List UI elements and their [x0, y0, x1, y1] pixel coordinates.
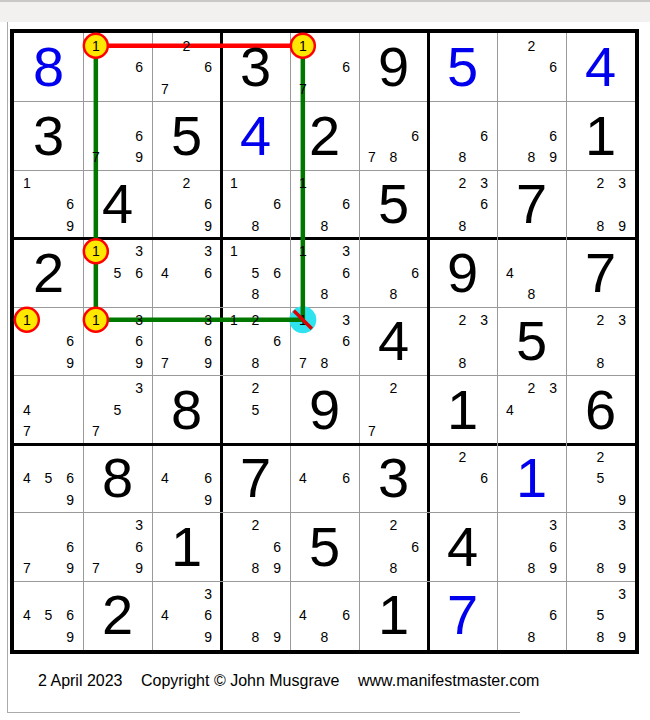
cell-r7c4[interactable]: 7 — [221, 444, 290, 513]
pencil-mark: 3 — [197, 309, 219, 331]
given-digit: 5 — [497, 307, 566, 376]
pencil-mark — [38, 331, 60, 353]
pencil-mark — [154, 331, 176, 353]
pencil-marks: 346 — [154, 241, 219, 306]
pencil-mark — [154, 626, 176, 648]
pencil-mark: 9 — [59, 489, 81, 511]
cell-r5c7[interactable]: 238 — [428, 307, 497, 376]
cell-r4c2[interactable]: 356 — [83, 239, 152, 308]
cell-r8c8[interactable]: 3689 — [497, 513, 566, 582]
pencil-mark — [611, 446, 633, 468]
cell-r5c6[interactable]: 4 — [359, 307, 428, 376]
cell-r8c7[interactable]: 4 — [428, 513, 497, 582]
cell-r9c9[interactable]: 3589 — [566, 581, 635, 650]
pencil-mark — [499, 35, 521, 57]
pencil-marks: 389 — [568, 515, 633, 580]
given-digit: 1 — [152, 513, 221, 582]
cell-r3c1[interactable]: 169 — [14, 170, 83, 239]
pencil-mark — [568, 536, 590, 558]
pencil-mark: 8 — [452, 215, 474, 237]
pencil-mark — [85, 35, 107, 57]
cell-r1c5[interactable]: 67 — [290, 33, 359, 102]
pencil-mark — [85, 125, 107, 147]
pencil-mark — [176, 284, 198, 306]
cell-r7c7[interactable]: 26 — [428, 444, 497, 513]
cell-r4c3[interactable]: 346 — [152, 239, 221, 308]
pencil-mark — [430, 468, 452, 490]
cell-r6c6[interactable]: 27 — [359, 376, 428, 445]
cell-r8c3[interactable]: 1 — [152, 513, 221, 582]
cell-r6c7[interactable]: 1 — [428, 376, 497, 445]
given-digit: 1 — [428, 376, 497, 445]
pencil-mark — [404, 378, 426, 400]
cell-r6c1[interactable]: 47 — [14, 376, 83, 445]
pencil-mark — [499, 421, 521, 443]
cell-r7c8[interactable]: 1 — [497, 444, 566, 513]
cell-r2c7[interactable]: 68 — [428, 102, 497, 171]
pencil-mark — [404, 421, 426, 443]
pencil-mark — [16, 378, 38, 400]
pencil-mark: 2 — [176, 172, 198, 194]
cell-r8c6[interactable]: 268 — [359, 513, 428, 582]
pencil-mark — [542, 583, 564, 605]
cell-r7c3[interactable]: 469 — [152, 444, 221, 513]
pencil-mark — [223, 399, 245, 421]
cell-r9c8[interactable]: 68 — [497, 581, 566, 650]
pencil-mark: 7 — [154, 352, 176, 374]
cell-r3c6[interactable]: 5 — [359, 170, 428, 239]
caption: 2 April 2023 Copyright © John Musgrave w… — [38, 672, 539, 690]
pencil-marks: 679 — [85, 104, 150, 169]
pencil-mark: 8 — [314, 284, 336, 306]
pencil-mark — [521, 57, 543, 79]
pencil-mark — [223, 194, 245, 216]
pencil-mark — [361, 284, 383, 306]
cell-r5c8[interactable]: 5 — [497, 307, 566, 376]
cell-r6c8[interactable]: 234 — [497, 376, 566, 445]
pencil-mark: 2 — [452, 172, 474, 194]
pencil-mark — [38, 215, 60, 237]
cell-r7c6[interactable]: 3 — [359, 444, 428, 513]
pencil-mark — [430, 194, 452, 216]
cell-r6c4[interactable]: 25 — [221, 376, 290, 445]
pencil-mark — [590, 515, 612, 537]
cell-r9c1[interactable]: 4569 — [14, 581, 83, 650]
pencil-mark — [568, 331, 590, 353]
cell-layer: 8626736795264367954267868689116942691681… — [14, 33, 635, 650]
cell-r1c3[interactable]: 267 — [152, 33, 221, 102]
pencil-mark — [16, 215, 38, 237]
cell-r3c8[interactable]: 7 — [497, 170, 566, 239]
pencil-mark: 8 — [521, 626, 543, 648]
pencil-mark: 7 — [292, 78, 314, 100]
pencil-mark — [38, 489, 60, 511]
cell-r2c9[interactable]: 1 — [566, 102, 635, 171]
pencil-mark — [85, 352, 107, 374]
cell-r9c6[interactable]: 1 — [359, 581, 428, 650]
pencil-mark: 2 — [245, 515, 267, 537]
pencil-mark — [245, 536, 267, 558]
cell-r3c2[interactable]: 4 — [83, 170, 152, 239]
given-digit: 5 — [152, 102, 221, 171]
pencil-marks: 68 — [361, 241, 426, 306]
cell-r5c1[interactable]: 69 — [14, 307, 83, 376]
cell-r1c6[interactable]: 9 — [359, 33, 428, 102]
pencil-mark — [499, 147, 521, 169]
cell-r7c1[interactable]: 4569 — [14, 444, 83, 513]
pencil-mark: 8 — [383, 558, 405, 580]
pencil-mark — [197, 78, 219, 100]
pencil-mark: 6 — [335, 331, 357, 353]
cell-r4c4[interactable]: 1568 — [221, 239, 290, 308]
pencil-mark — [85, 104, 107, 126]
pencil-mark: 5 — [590, 468, 612, 490]
pencil-marks: 26 — [430, 446, 495, 511]
cell-r9c3[interactable]: 3469 — [152, 581, 221, 650]
cell-r4c1[interactable]: 2 — [14, 239, 83, 308]
pencil-mark — [292, 489, 314, 511]
cell-r5c2[interactable]: 369 — [83, 307, 152, 376]
pencil-mark: 8 — [245, 558, 267, 580]
cell-r3c5[interactable]: 168 — [290, 170, 359, 239]
pencil-mark — [266, 399, 288, 421]
pencil-mark — [611, 605, 633, 627]
pencil-mark — [154, 583, 176, 605]
pencil-mark: 7 — [16, 558, 38, 580]
pencil-mark — [568, 558, 590, 580]
pencil-mark: 1 — [223, 241, 245, 263]
cell-r2c1[interactable]: 3 — [14, 102, 83, 171]
pencil-marks: 369 — [85, 309, 150, 374]
pencil-mark: 3 — [473, 172, 495, 194]
pencil-mark — [314, 489, 336, 511]
given-digit: 9 — [290, 376, 359, 445]
pencil-mark — [85, 262, 107, 284]
pencil-mark — [590, 536, 612, 558]
cell-r8c4[interactable]: 2689 — [221, 513, 290, 582]
pencil-mark — [590, 331, 612, 353]
cell-r1c1[interactable]: 8 — [14, 33, 83, 102]
pencil-mark — [16, 331, 38, 353]
pencil-mark — [335, 172, 357, 194]
solved-digit: 5 — [428, 33, 497, 102]
cell-r3c4[interactable]: 168 — [221, 170, 290, 239]
cell-r4c8[interactable]: 48 — [497, 239, 566, 308]
pencil-mark — [521, 515, 543, 537]
pencil-mark — [154, 284, 176, 306]
pencil-mark — [473, 331, 495, 353]
pencil-mark — [292, 262, 314, 284]
pencil-mark — [223, 352, 245, 374]
pencil-mark: 6 — [59, 194, 81, 216]
pencil-marks: 3679 — [154, 309, 219, 374]
pencil-mark — [383, 104, 405, 126]
cell-r8c1[interactable]: 679 — [14, 513, 83, 582]
pencil-mark: 1 — [292, 241, 314, 263]
pencil-mark — [542, 35, 564, 57]
pencil-mark: 5 — [245, 262, 267, 284]
pencil-mark — [335, 284, 357, 306]
pencil-mark — [611, 194, 633, 216]
pencil-mark — [176, 309, 198, 331]
pencil-mark — [335, 215, 357, 237]
pencil-mark: 9 — [542, 147, 564, 169]
pencil-mark — [59, 515, 81, 537]
pencil-mark — [404, 104, 426, 126]
pencil-mark: 7 — [85, 421, 107, 443]
pencil-mark — [176, 446, 198, 468]
pencil-mark: 3 — [128, 378, 150, 400]
cell-r3c3[interactable]: 269 — [152, 170, 221, 239]
cell-r9c7[interactable]: 7 — [428, 581, 497, 650]
pencil-marks: 46 — [292, 446, 357, 511]
pencil-mark — [404, 399, 426, 421]
pencil-marks: 269 — [154, 172, 219, 237]
pencil-mark: 1 — [292, 172, 314, 194]
pencil-mark: 8 — [314, 626, 336, 648]
pencil-mark — [383, 536, 405, 558]
cell-r7c2[interactable]: 8 — [83, 444, 152, 513]
cell-r5c3[interactable]: 3679 — [152, 307, 221, 376]
pencil-mark: 6 — [128, 262, 150, 284]
pencil-mark — [314, 262, 336, 284]
cell-r2c4[interactable]: 4 — [221, 102, 290, 171]
pencil-mark: 6 — [404, 536, 426, 558]
pencil-mark — [521, 78, 543, 100]
pencil-mark — [611, 536, 633, 558]
pencil-mark: 6 — [335, 605, 357, 627]
pencil-marks: 469 — [154, 446, 219, 511]
cell-r5c5[interactable]: 13678 — [290, 307, 359, 376]
pencil-mark — [107, 35, 129, 57]
pencil-mark — [335, 583, 357, 605]
pencil-mark — [107, 558, 129, 580]
pencil-mark: 6 — [542, 125, 564, 147]
pencil-mark: 9 — [611, 215, 633, 237]
cell-r7c9[interactable]: 259 — [566, 444, 635, 513]
cell-r2c8[interactable]: 689 — [497, 102, 566, 171]
cell-r3c9[interactable]: 2389 — [566, 170, 635, 239]
pencil-mark — [154, 309, 176, 331]
pencil-marks: 4569 — [16, 446, 81, 511]
cell-r5c9[interactable]: 238 — [566, 307, 635, 376]
pencil-mark — [335, 35, 357, 57]
pencil-mark — [59, 172, 81, 194]
pencil-mark — [314, 468, 336, 490]
pencil-mark — [176, 583, 198, 605]
pencil-mark: 8 — [521, 147, 543, 169]
pencil-mark — [542, 262, 564, 284]
pencil-mark — [521, 536, 543, 558]
cell-r9c5[interactable]: 468 — [290, 581, 359, 650]
pencil-mark — [292, 194, 314, 216]
solved-digit: 4 — [221, 102, 290, 171]
pencil-mark — [499, 378, 521, 400]
pencil-mark: 9 — [542, 558, 564, 580]
pencil-mark — [154, 57, 176, 79]
pencil-mark — [266, 172, 288, 194]
pencil-mark — [292, 583, 314, 605]
pencil-mark — [59, 446, 81, 468]
pencil-mark — [568, 194, 590, 216]
pencil-mark: 4 — [154, 262, 176, 284]
pencil-mark — [314, 583, 336, 605]
pencil-mark — [430, 489, 452, 511]
pencil-mark — [176, 78, 198, 100]
pencil-mark: 6 — [128, 331, 150, 353]
cell-r6c9[interactable]: 6 — [566, 376, 635, 445]
pencil-mark — [590, 583, 612, 605]
pencil-mark — [430, 352, 452, 374]
cell-r3c7[interactable]: 2368 — [428, 170, 497, 239]
cell-r7c5[interactable]: 46 — [290, 444, 359, 513]
pencil-mark — [568, 468, 590, 490]
cell-r5c4[interactable]: 1268 — [221, 307, 290, 376]
pencil-mark — [85, 78, 107, 100]
pencil-mark: 8 — [245, 352, 267, 374]
pencil-mark — [430, 215, 452, 237]
given-digit: 2 — [83, 581, 152, 650]
pencil-mark — [542, 421, 564, 443]
pencil-mark — [404, 515, 426, 537]
cell-r1c4[interactable]: 3 — [221, 33, 290, 102]
pencil-mark — [266, 215, 288, 237]
pencil-mark — [590, 194, 612, 216]
given-digit: 7 — [566, 239, 635, 308]
pencil-marks: 4569 — [16, 583, 81, 648]
cell-r8c2[interactable]: 3679 — [83, 513, 152, 582]
pencil-mark — [176, 262, 198, 284]
pencil-mark — [611, 352, 633, 374]
pencil-mark — [245, 172, 267, 194]
pencil-mark: 3 — [335, 241, 357, 263]
pencil-mark — [473, 104, 495, 126]
sudoku-board: 8626736795264367954267868689116942691681… — [10, 29, 639, 654]
pencil-mark: 6 — [542, 605, 564, 627]
cell-r6c5[interactable]: 9 — [290, 376, 359, 445]
pencil-mark: 9 — [128, 352, 150, 374]
pencil-mark: 6 — [59, 331, 81, 353]
cell-r6c3[interactable]: 8 — [152, 376, 221, 445]
pencil-mark — [223, 331, 245, 353]
pencil-mark — [335, 626, 357, 648]
pencil-marks: 1268 — [223, 309, 288, 374]
pencil-mark — [154, 241, 176, 263]
cell-r4c6[interactable]: 68 — [359, 239, 428, 308]
cell-r4c7[interactable]: 9 — [428, 239, 497, 308]
pencil-mark — [314, 605, 336, 627]
pencil-mark — [154, 446, 176, 468]
pencil-mark: 8 — [521, 284, 543, 306]
pencil-mark — [335, 446, 357, 468]
pencil-mark: 9 — [128, 147, 150, 169]
cell-r1c2[interactable]: 6 — [83, 33, 152, 102]
pencil-marks: 238 — [568, 309, 633, 374]
pencil-mark — [499, 241, 521, 263]
pencil-mark — [568, 626, 590, 648]
cell-r9c2[interactable]: 2 — [83, 581, 152, 650]
pencil-mark — [521, 605, 543, 627]
pencil-mark: 2 — [521, 35, 543, 57]
pencil-mark — [223, 378, 245, 400]
pencil-mark: 3 — [128, 515, 150, 537]
pencil-mark — [292, 446, 314, 468]
pencil-mark — [335, 489, 357, 511]
pencil-mark: 8 — [452, 147, 474, 169]
pencil-mark: 4 — [16, 468, 38, 490]
pencil-mark — [521, 421, 543, 443]
given-digit: 5 — [290, 513, 359, 582]
cell-r4c5[interactable]: 1368 — [290, 239, 359, 308]
pencil-mark — [85, 241, 107, 263]
pencil-mark — [521, 583, 543, 605]
cell-r6c2[interactable]: 357 — [83, 376, 152, 445]
pencil-mark — [85, 57, 107, 79]
caption-url: www.manifestmaster.com — [358, 672, 539, 689]
pencil-marks: 238 — [430, 309, 495, 374]
top-banner — [0, 0, 650, 22]
pencil-mark: 6 — [197, 605, 219, 627]
cell-r2c5[interactable]: 2 — [290, 102, 359, 171]
cell-r1c9[interactable]: 4 — [566, 33, 635, 102]
pencil-mark: 6 — [266, 194, 288, 216]
pencil-mark: 3 — [197, 241, 219, 263]
pencil-mark: 9 — [611, 626, 633, 648]
pencil-mark: 5 — [590, 605, 612, 627]
cell-r1c7[interactable]: 5 — [428, 33, 497, 102]
cell-r2c3[interactable]: 5 — [152, 102, 221, 171]
pencil-mark — [473, 352, 495, 374]
given-digit: 9 — [428, 239, 497, 308]
pencil-mark: 2 — [521, 378, 543, 400]
pencil-mark: 7 — [361, 421, 383, 443]
cell-r9c4[interactable]: 89 — [221, 581, 290, 650]
pencil-mark — [38, 446, 60, 468]
pencil-mark — [38, 421, 60, 443]
pencil-mark — [611, 331, 633, 353]
pencil-mark: 3 — [128, 241, 150, 263]
pencil-mark: 6 — [335, 468, 357, 490]
pencil-mark: 6 — [335, 194, 357, 216]
cell-r2c2[interactable]: 679 — [83, 102, 152, 171]
cell-r4c9[interactable]: 7 — [566, 239, 635, 308]
pencil-mark: 9 — [197, 215, 219, 237]
solved-digit: 4 — [566, 33, 635, 102]
pencil-marks: 48 — [499, 241, 564, 306]
cell-r8c9[interactable]: 389 — [566, 513, 635, 582]
pencil-mark — [383, 421, 405, 443]
pencil-mark — [128, 35, 150, 57]
pencil-mark: 6 — [128, 57, 150, 79]
pencil-mark — [38, 352, 60, 374]
solved-digit: 1 — [497, 444, 566, 513]
pencil-mark — [361, 515, 383, 537]
pencil-mark — [542, 284, 564, 306]
pencil-mark — [107, 284, 129, 306]
pencil-mark — [542, 104, 564, 126]
pencil-mark — [292, 57, 314, 79]
pencil-mark — [452, 125, 474, 147]
pencil-mark: 3 — [611, 515, 633, 537]
given-digit: 3 — [221, 33, 290, 102]
pencil-mark — [128, 399, 150, 421]
pencil-mark: 8 — [314, 215, 336, 237]
given-digit: 7 — [221, 444, 290, 513]
cell-r8c5[interactable]: 5 — [290, 513, 359, 582]
pencil-mark — [314, 241, 336, 263]
cell-r1c8[interactable]: 26 — [497, 33, 566, 102]
cell-r2c6[interactable]: 678 — [359, 102, 428, 171]
